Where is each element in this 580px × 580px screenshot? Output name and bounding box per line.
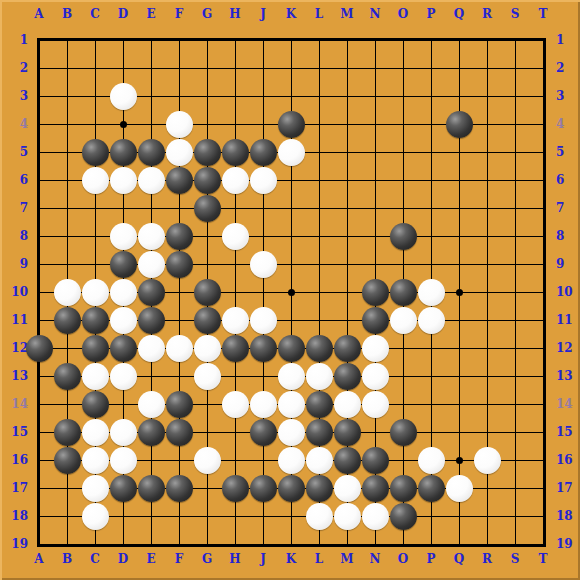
row-label-left: 3 — [2, 88, 28, 104]
black-stone[interactable] — [334, 447, 361, 474]
column-label-bottom: O — [393, 551, 413, 567]
black-stone[interactable] — [306, 335, 333, 362]
white-stone[interactable] — [222, 167, 249, 194]
column-label-bottom: N — [365, 551, 385, 567]
row-label-right: 14 — [556, 396, 580, 412]
column-label-top: F — [169, 6, 189, 22]
black-stone[interactable] — [250, 475, 277, 502]
star-point — [456, 289, 463, 296]
black-stone[interactable] — [222, 139, 249, 166]
white-stone[interactable] — [82, 447, 109, 474]
black-stone[interactable] — [334, 335, 361, 362]
white-stone[interactable] — [110, 83, 137, 110]
black-stone[interactable] — [110, 335, 137, 362]
column-label-bottom: D — [113, 551, 133, 567]
column-label-bottom: A — [29, 551, 49, 567]
black-stone[interactable] — [278, 475, 305, 502]
black-stone[interactable] — [194, 307, 221, 334]
column-label-bottom: S — [505, 551, 525, 567]
white-stone[interactable] — [250, 307, 277, 334]
star-point — [288, 289, 295, 296]
black-stone[interactable] — [82, 335, 109, 362]
star-point — [120, 121, 127, 128]
column-label-bottom: B — [57, 551, 77, 567]
row-label-right: 10 — [556, 284, 580, 300]
black-stone[interactable] — [166, 167, 193, 194]
black-stone[interactable] — [446, 111, 473, 138]
column-label-bottom: R — [477, 551, 497, 567]
white-stone[interactable] — [306, 363, 333, 390]
white-stone[interactable] — [110, 279, 137, 306]
white-stone[interactable] — [82, 419, 109, 446]
white-stone[interactable] — [474, 447, 501, 474]
black-stone[interactable] — [138, 139, 165, 166]
white-stone[interactable] — [166, 335, 193, 362]
column-label-top: S — [505, 6, 525, 22]
row-label-left: 1 — [2, 32, 28, 48]
black-stone[interactable] — [82, 139, 109, 166]
white-stone[interactable] — [82, 363, 109, 390]
black-stone[interactable] — [82, 391, 109, 418]
black-stone[interactable] — [362, 279, 389, 306]
black-stone[interactable] — [362, 447, 389, 474]
white-stone[interactable] — [166, 111, 193, 138]
column-label-bottom: L — [309, 551, 329, 567]
black-stone[interactable] — [138, 307, 165, 334]
black-stone[interactable] — [222, 475, 249, 502]
black-stone[interactable] — [82, 307, 109, 334]
column-label-top: E — [141, 6, 161, 22]
black-stone[interactable] — [26, 335, 53, 362]
black-stone[interactable] — [334, 363, 361, 390]
black-stone[interactable] — [390, 223, 417, 250]
row-label-right: 12 — [556, 340, 580, 356]
column-label-bottom: Q — [449, 551, 469, 567]
white-stone[interactable] — [82, 503, 109, 530]
white-stone[interactable] — [138, 335, 165, 362]
white-stone[interactable] — [418, 307, 445, 334]
row-label-left: 7 — [2, 200, 28, 216]
white-stone[interactable] — [110, 223, 137, 250]
black-stone[interactable] — [306, 391, 333, 418]
white-stone[interactable] — [110, 363, 137, 390]
row-label-left: 6 — [2, 172, 28, 188]
black-stone[interactable] — [54, 447, 81, 474]
white-stone[interactable] — [250, 391, 277, 418]
white-stone[interactable] — [222, 223, 249, 250]
row-label-right: 15 — [556, 424, 580, 440]
column-label-bottom: M — [337, 551, 357, 567]
column-label-top: O — [393, 6, 413, 22]
black-stone[interactable] — [334, 419, 361, 446]
white-stone[interactable] — [418, 279, 445, 306]
white-stone[interactable] — [278, 419, 305, 446]
white-stone[interactable] — [362, 391, 389, 418]
black-stone[interactable] — [306, 419, 333, 446]
row-label-right: 7 — [556, 200, 580, 216]
column-label-bottom: P — [421, 551, 441, 567]
white-stone[interactable] — [306, 503, 333, 530]
column-label-top: Q — [449, 6, 469, 22]
black-stone[interactable] — [166, 391, 193, 418]
white-stone[interactable] — [110, 419, 137, 446]
black-stone[interactable] — [110, 251, 137, 278]
black-stone[interactable] — [110, 139, 137, 166]
row-label-right: 17 — [556, 480, 580, 496]
black-stone[interactable] — [362, 475, 389, 502]
row-label-left: 9 — [2, 256, 28, 272]
black-stone[interactable] — [390, 503, 417, 530]
white-stone[interactable] — [138, 223, 165, 250]
white-stone[interactable] — [250, 167, 277, 194]
black-stone[interactable] — [194, 279, 221, 306]
white-stone[interactable] — [278, 139, 305, 166]
white-stone[interactable] — [222, 307, 249, 334]
column-label-top: B — [57, 6, 77, 22]
black-stone[interactable] — [278, 111, 305, 138]
black-stone[interactable] — [138, 475, 165, 502]
column-label-top: M — [337, 6, 357, 22]
go-board[interactable]: AABBCCDDEEFFGGHHJJKKLLMMNNOOPPQQRRSSTT11… — [0, 0, 580, 580]
white-stone[interactable] — [138, 251, 165, 278]
black-stone[interactable] — [250, 419, 277, 446]
white-stone[interactable] — [362, 363, 389, 390]
black-stone[interactable] — [306, 475, 333, 502]
column-label-bottom: K — [281, 551, 301, 567]
row-label-left: 2 — [2, 60, 28, 76]
row-label-right: 5 — [556, 144, 580, 160]
black-stone[interactable] — [278, 335, 305, 362]
row-label-left: 5 — [2, 144, 28, 160]
row-label-left: 12 — [2, 340, 28, 356]
row-label-left: 19 — [2, 536, 28, 552]
star-point — [456, 457, 463, 464]
black-stone[interactable] — [250, 335, 277, 362]
column-label-top: G — [197, 6, 217, 22]
column-label-bottom: E — [141, 551, 161, 567]
white-stone[interactable] — [82, 475, 109, 502]
white-stone[interactable] — [82, 167, 109, 194]
row-label-right: 18 — [556, 508, 580, 524]
black-stone[interactable] — [222, 335, 249, 362]
white-stone[interactable] — [278, 363, 305, 390]
row-label-right: 2 — [556, 60, 580, 76]
black-stone[interactable] — [110, 475, 137, 502]
row-label-right: 4 — [556, 116, 580, 132]
black-stone[interactable] — [390, 475, 417, 502]
column-label-bottom: F — [169, 551, 189, 567]
white-stone[interactable] — [138, 391, 165, 418]
white-stone[interactable] — [418, 447, 445, 474]
column-label-top: A — [29, 6, 49, 22]
column-label-top: D — [113, 6, 133, 22]
white-stone[interactable] — [110, 447, 137, 474]
row-label-left: 15 — [2, 424, 28, 440]
column-label-top: J — [253, 6, 273, 22]
row-label-right: 9 — [556, 256, 580, 272]
black-stone[interactable] — [194, 139, 221, 166]
white-stone[interactable] — [250, 251, 277, 278]
row-label-right: 11 — [556, 312, 580, 328]
row-label-right: 6 — [556, 172, 580, 188]
white-stone[interactable] — [334, 503, 361, 530]
column-label-top: L — [309, 6, 329, 22]
black-stone[interactable] — [250, 139, 277, 166]
column-label-top: T — [533, 6, 553, 22]
row-label-left: 14 — [2, 396, 28, 412]
row-label-left: 17 — [2, 480, 28, 496]
row-label-right: 3 — [556, 88, 580, 104]
row-label-left: 10 — [2, 284, 28, 300]
column-label-bottom: H — [225, 551, 245, 567]
white-stone[interactable] — [194, 447, 221, 474]
column-label-top: K — [281, 6, 301, 22]
white-stone[interactable] — [54, 279, 81, 306]
white-stone[interactable] — [166, 139, 193, 166]
row-label-left: 4 — [2, 116, 28, 132]
black-stone[interactable] — [194, 167, 221, 194]
column-label-top: C — [85, 6, 105, 22]
row-label-left: 13 — [2, 368, 28, 384]
black-stone[interactable] — [138, 279, 165, 306]
white-stone[interactable] — [362, 503, 389, 530]
white-stone[interactable] — [278, 447, 305, 474]
black-stone[interactable] — [362, 307, 389, 334]
row-label-right: 8 — [556, 228, 580, 244]
white-stone[interactable] — [138, 167, 165, 194]
row-label-right: 13 — [556, 368, 580, 384]
column-label-top: P — [421, 6, 441, 22]
black-stone[interactable] — [54, 363, 81, 390]
white-stone[interactable] — [334, 391, 361, 418]
black-stone[interactable] — [418, 475, 445, 502]
column-label-top: H — [225, 6, 245, 22]
black-stone[interactable] — [166, 251, 193, 278]
row-label-right: 1 — [556, 32, 580, 48]
white-stone[interactable] — [390, 307, 417, 334]
black-stone[interactable] — [166, 223, 193, 250]
column-label-bottom: G — [197, 551, 217, 567]
white-stone[interactable] — [446, 475, 473, 502]
column-label-top: R — [477, 6, 497, 22]
black-stone[interactable] — [194, 195, 221, 222]
white-stone[interactable] — [194, 335, 221, 362]
white-stone[interactable] — [278, 391, 305, 418]
white-stone[interactable] — [110, 167, 137, 194]
row-label-left: 11 — [2, 312, 28, 328]
white-stone[interactable] — [222, 391, 249, 418]
black-stone[interactable] — [390, 419, 417, 446]
black-stone[interactable] — [138, 419, 165, 446]
black-stone[interactable] — [54, 419, 81, 446]
row-label-right: 19 — [556, 536, 580, 552]
column-label-bottom: C — [85, 551, 105, 567]
row-label-left: 8 — [2, 228, 28, 244]
black-stone[interactable] — [166, 419, 193, 446]
white-stone[interactable] — [306, 447, 333, 474]
row-label-right: 16 — [556, 452, 580, 468]
row-label-left: 18 — [2, 508, 28, 524]
row-label-left: 16 — [2, 452, 28, 468]
white-stone[interactable] — [334, 475, 361, 502]
column-label-bottom: J — [253, 551, 273, 567]
black-stone[interactable] — [166, 475, 193, 502]
white-stone[interactable] — [194, 363, 221, 390]
white-stone[interactable] — [110, 307, 137, 334]
black-stone[interactable] — [54, 307, 81, 334]
column-label-bottom: T — [533, 551, 553, 567]
white-stone[interactable] — [362, 335, 389, 362]
black-stone[interactable] — [390, 279, 417, 306]
white-stone[interactable] — [82, 279, 109, 306]
column-label-top: N — [365, 6, 385, 22]
